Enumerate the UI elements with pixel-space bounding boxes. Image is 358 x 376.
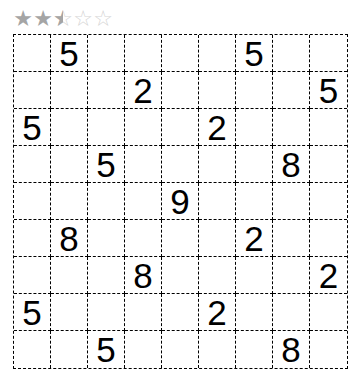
cell-r5c8[interactable] [273,183,310,220]
cell-r8c9[interactable] [310,294,347,331]
cell-r5c9[interactable] [310,183,347,220]
cell-r4c6[interactable] [199,146,236,183]
cell-r1c4[interactable] [125,35,162,72]
cell-r1c7[interactable]: 5 [236,35,273,72]
cell-r6c3[interactable] [88,220,125,257]
cell-r3c4[interactable] [125,109,162,146]
cell-r5c7[interactable] [236,183,273,220]
cell-r4c5[interactable] [162,146,199,183]
cell-r2c9[interactable]: 5 [310,72,347,109]
cell-r7c5[interactable] [162,257,199,294]
cell-r3c6[interactable]: 2 [199,109,236,146]
cell-r8c2[interactable] [51,294,88,331]
cell-r5c6[interactable] [199,183,236,220]
cell-r9c5[interactable] [162,331,199,368]
cell-r1c2[interactable]: 5 [51,35,88,72]
cell-r5c4[interactable] [125,183,162,220]
cell-r7c2[interactable] [51,257,88,294]
puzzle-grid: 55255258982825258 [13,34,348,369]
star-empty-icon: ☆ [73,7,93,31]
cell-r6c8[interactable] [273,220,310,257]
cell-r6c7[interactable]: 2 [236,220,273,257]
cell-r6c5[interactable] [162,220,199,257]
cell-r8c1[interactable]: 5 [14,294,51,331]
cell-r9c4[interactable] [125,331,162,368]
star-empty-icon: ☆ [93,7,113,31]
cell-r3c7[interactable] [236,109,273,146]
cell-r9c8[interactable]: 8 [273,331,310,368]
cell-r6c2[interactable]: 8 [51,220,88,257]
cell-r9c6[interactable] [199,331,236,368]
star-full-icon: ★ [13,7,33,31]
star-full-icon: ★ [33,7,53,31]
cell-r8c6[interactable]: 2 [199,294,236,331]
cell-r2c3[interactable] [88,72,125,109]
cell-r1c9[interactable] [310,35,347,72]
cell-r8c8[interactable] [273,294,310,331]
cell-r1c8[interactable] [273,35,310,72]
cell-r2c2[interactable] [51,72,88,109]
cell-r8c7[interactable] [236,294,273,331]
cell-r3c2[interactable] [51,109,88,146]
cell-r6c4[interactable] [125,220,162,257]
cell-r8c5[interactable] [162,294,199,331]
cell-r3c8[interactable] [273,109,310,146]
cell-r7c8[interactable] [273,257,310,294]
cell-r2c4[interactable]: 2 [125,72,162,109]
cell-r5c1[interactable] [14,183,51,220]
cell-r7c4[interactable]: 8 [125,257,162,294]
difficulty-rating: ★★☆★☆☆ [13,7,113,31]
cell-r2c6[interactable] [199,72,236,109]
star-half-icon: ☆★ [53,7,73,31]
puzzle-page: ★★☆★☆☆ 55255258982825258 [0,0,358,376]
cell-r4c8[interactable]: 8 [273,146,310,183]
cell-r9c9[interactable] [310,331,347,368]
cell-r1c5[interactable] [162,35,199,72]
cell-r4c2[interactable] [51,146,88,183]
cell-r3c9[interactable] [310,109,347,146]
cell-r4c9[interactable] [310,146,347,183]
cell-r9c3[interactable]: 5 [88,331,125,368]
cell-r5c2[interactable] [51,183,88,220]
cell-r8c4[interactable] [125,294,162,331]
cell-r2c7[interactable] [236,72,273,109]
cell-r4c3[interactable]: 5 [88,146,125,183]
cell-r9c7[interactable] [236,331,273,368]
cell-r7c6[interactable] [199,257,236,294]
cell-r8c3[interactable] [88,294,125,331]
cell-r4c1[interactable] [14,146,51,183]
cell-r1c6[interactable] [199,35,236,72]
cell-r3c5[interactable] [162,109,199,146]
cell-r1c1[interactable] [14,35,51,72]
cell-r6c1[interactable] [14,220,51,257]
cell-r3c3[interactable] [88,109,125,146]
cell-r6c6[interactable] [199,220,236,257]
cell-r7c1[interactable] [14,257,51,294]
cell-r2c8[interactable] [273,72,310,109]
cell-r4c4[interactable] [125,146,162,183]
cell-r5c3[interactable] [88,183,125,220]
cell-r7c9[interactable]: 2 [310,257,347,294]
cell-r7c7[interactable] [236,257,273,294]
cell-r7c3[interactable] [88,257,125,294]
cell-r5c5[interactable]: 9 [162,183,199,220]
cell-r9c2[interactable] [51,331,88,368]
cell-r2c1[interactable] [14,72,51,109]
cell-r3c1[interactable]: 5 [14,109,51,146]
cell-r9c1[interactable] [14,331,51,368]
cell-r2c5[interactable] [162,72,199,109]
cell-r4c7[interactable] [236,146,273,183]
cell-r6c9[interactable] [310,220,347,257]
cell-r1c3[interactable] [88,35,125,72]
